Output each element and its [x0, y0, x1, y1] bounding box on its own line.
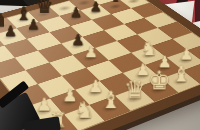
piece-shadow	[72, 111, 96, 125]
piece-shadow	[87, 8, 105, 16]
piece-shadow	[35, 10, 53, 18]
square-h3	[172, 32, 200, 50]
piece-shadow	[83, 87, 105, 99]
piece-shadow	[147, 84, 169, 96]
piece-shadow	[23, 26, 42, 35]
piece-shadow	[153, 62, 174, 73]
piece-shadow	[55, 4, 73, 12]
piece-shadow	[123, 92, 146, 105]
piece-shadow	[196, 48, 200, 58]
piece-shadow	[80, 53, 101, 63]
piece-shadow	[98, 101, 121, 114]
piece-shadow	[125, 0, 143, 5]
piece-shadow	[169, 75, 191, 87]
piece-shadow	[58, 95, 81, 108]
piece-shadow	[131, 70, 153, 81]
piece-shadow	[75, 0, 93, 7]
piece-shadow	[138, 50, 159, 60]
piece-shadow	[14, 16, 32, 24]
piece-shadow	[106, 3, 124, 11]
tournament-chess-photo: ♜♞♝♛♚♝♞♜♟♟♟♟♟♟♟♟♟♞♟♟♟♟♟♟♟♜♞♝♛♚♝♜	[0, 0, 200, 130]
piece-shadow	[1, 32, 20, 41]
piece-shadow	[66, 14, 84, 22]
square-d8: ♛	[28, 6, 59, 21]
piece-shadow	[68, 41, 88, 51]
piece-shadow	[175, 55, 196, 66]
